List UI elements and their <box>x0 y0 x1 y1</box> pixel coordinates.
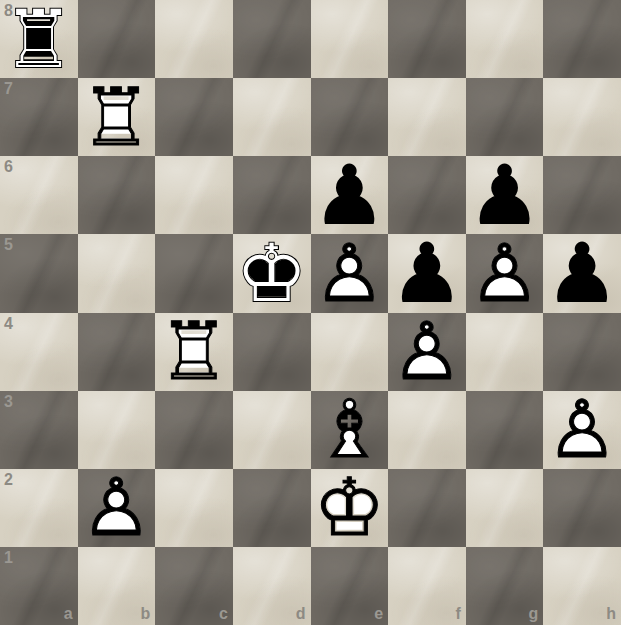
square-g7[interactable] <box>466 78 544 156</box>
square-d7[interactable] <box>233 78 311 156</box>
rank-label-6: 6 <box>4 159 13 175</box>
pawn-glyph-detail: ♙ <box>466 234 544 312</box>
file-label-f: f <box>455 606 460 622</box>
square-b8[interactable] <box>78 0 156 78</box>
rook-glyph-fill: ♜ <box>155 313 233 391</box>
file-label-b: b <box>140 606 150 622</box>
piece-black-pawn-f5[interactable]: ♟♙ <box>388 234 466 312</box>
file-label-g: g <box>529 606 539 622</box>
king-glyph-detail: ♔ <box>311 469 389 547</box>
rank-label-2: 2 <box>4 472 13 488</box>
square-f7[interactable] <box>388 78 466 156</box>
file-label-d: d <box>296 606 306 622</box>
square-g8[interactable] <box>466 0 544 78</box>
rook-glyph-fill: ♜ <box>0 0 78 78</box>
square-a7[interactable]: 7 <box>0 78 78 156</box>
square-a1[interactable]: 1a <box>0 547 78 625</box>
square-a4[interactable]: 4 <box>0 313 78 391</box>
king-glyph-fill: ♚ <box>233 234 311 312</box>
king-glyph-detail: ♔ <box>233 234 311 312</box>
file-label-c: c <box>219 606 228 622</box>
square-g2[interactable] <box>466 469 544 547</box>
square-d1[interactable]: d <box>233 547 311 625</box>
pawn-glyph-fill: ♟ <box>543 234 621 312</box>
square-e6[interactable]: ♟♙ <box>311 156 389 234</box>
square-b6[interactable] <box>78 156 156 234</box>
square-f2[interactable] <box>388 469 466 547</box>
square-f4[interactable]: ♟♙ <box>388 313 466 391</box>
pawn-glyph-fill: ♟ <box>466 156 544 234</box>
chess-board: 8♜♖7♜♖6♟♙♟♙5♚♔♟♙♟♙♟♙♟♙4♜♖♟♙3♝♗♟♙2♟♙♚♔1ab… <box>0 0 621 625</box>
square-c8[interactable] <box>155 0 233 78</box>
square-h2[interactable] <box>543 469 621 547</box>
piece-black-pawn-h5[interactable]: ♟♙ <box>543 234 621 312</box>
square-d4[interactable] <box>233 313 311 391</box>
square-d6[interactable] <box>233 156 311 234</box>
piece-white-pawn-e5[interactable]: ♟♙ <box>311 234 389 312</box>
piece-white-rook-c4[interactable]: ♜♖ <box>155 313 233 391</box>
pawn-glyph-fill: ♟ <box>311 156 389 234</box>
square-a6[interactable]: 6 <box>0 156 78 234</box>
rank-label-7: 7 <box>4 81 13 97</box>
square-f5[interactable]: ♟♙ <box>388 234 466 312</box>
square-d3[interactable] <box>233 391 311 469</box>
square-e3[interactable]: ♝♗ <box>311 391 389 469</box>
square-c3[interactable] <box>155 391 233 469</box>
piece-white-rook-b7[interactable]: ♜♖ <box>78 78 156 156</box>
rook-glyph-detail: ♖ <box>78 78 156 156</box>
square-g1[interactable]: g <box>466 547 544 625</box>
square-h6[interactable] <box>543 156 621 234</box>
pawn-glyph-fill: ♟ <box>388 313 466 391</box>
file-label-h: h <box>606 606 616 622</box>
square-g4[interactable] <box>466 313 544 391</box>
square-e8[interactable] <box>311 0 389 78</box>
rook-glyph-fill: ♜ <box>78 78 156 156</box>
piece-white-pawn-g5[interactable]: ♟♙ <box>466 234 544 312</box>
square-e5[interactable]: ♟♙ <box>311 234 389 312</box>
square-h5[interactable]: ♟♙ <box>543 234 621 312</box>
square-b2[interactable]: ♟♙ <box>78 469 156 547</box>
pawn-glyph-detail: ♙ <box>78 469 156 547</box>
square-h3[interactable]: ♟♙ <box>543 391 621 469</box>
square-g5[interactable]: ♟♙ <box>466 234 544 312</box>
square-b5[interactable] <box>78 234 156 312</box>
square-c5[interactable] <box>155 234 233 312</box>
rank-label-4: 4 <box>4 316 13 332</box>
piece-white-pawn-b2[interactable]: ♟♙ <box>78 469 156 547</box>
rook-glyph-detail: ♖ <box>155 313 233 391</box>
rank-label-3: 3 <box>4 394 13 410</box>
square-a3[interactable]: 3 <box>0 391 78 469</box>
square-d5[interactable]: ♚♔ <box>233 234 311 312</box>
rank-label-5: 5 <box>4 237 13 253</box>
square-a2[interactable]: 2 <box>0 469 78 547</box>
square-g6[interactable]: ♟♙ <box>466 156 544 234</box>
pawn-glyph-fill: ♟ <box>466 234 544 312</box>
piece-white-pawn-h3[interactable]: ♟♙ <box>543 391 621 469</box>
pawn-glyph-fill: ♟ <box>543 391 621 469</box>
square-e1[interactable]: e <box>311 547 389 625</box>
king-glyph-fill: ♚ <box>311 469 389 547</box>
square-h8[interactable] <box>543 0 621 78</box>
pawn-glyph-fill: ♟ <box>388 234 466 312</box>
square-b7[interactable]: ♜♖ <box>78 78 156 156</box>
rook-glyph-detail: ♖ <box>0 0 78 78</box>
piece-black-king-d5[interactable]: ♚♔ <box>233 234 311 312</box>
file-label-a: a <box>64 606 73 622</box>
square-c2[interactable] <box>155 469 233 547</box>
square-c6[interactable] <box>155 156 233 234</box>
rank-label-1: 1 <box>4 550 13 566</box>
piece-white-bishop-e3[interactable]: ♝♗ <box>311 391 389 469</box>
square-c4[interactable]: ♜♖ <box>155 313 233 391</box>
pawn-glyph-detail: ♙ <box>543 391 621 469</box>
piece-white-king-e2[interactable]: ♚♔ <box>311 469 389 547</box>
piece-black-pawn-g6[interactable]: ♟♙ <box>466 156 544 234</box>
bishop-glyph-detail: ♗ <box>311 391 389 469</box>
square-b1[interactable]: b <box>78 547 156 625</box>
square-h1[interactable]: h <box>543 547 621 625</box>
square-f6[interactable] <box>388 156 466 234</box>
pawn-glyph-detail: ♙ <box>311 234 389 312</box>
square-d8[interactable] <box>233 0 311 78</box>
square-g3[interactable] <box>466 391 544 469</box>
square-b4[interactable] <box>78 313 156 391</box>
pawn-glyph-detail: ♙ <box>388 313 466 391</box>
square-a8[interactable]: 8♜♖ <box>0 0 78 78</box>
piece-black-pawn-e6[interactable]: ♟♙ <box>311 156 389 234</box>
piece-white-pawn-f4[interactable]: ♟♙ <box>388 313 466 391</box>
square-h4[interactable] <box>543 313 621 391</box>
piece-black-rook-a8[interactable]: ♜♖ <box>0 0 78 78</box>
bishop-glyph-fill: ♝ <box>311 391 389 469</box>
square-h7[interactable] <box>543 78 621 156</box>
square-e7[interactable] <box>311 78 389 156</box>
pawn-glyph-fill: ♟ <box>78 469 156 547</box>
square-f1[interactable]: f <box>388 547 466 625</box>
square-f3[interactable] <box>388 391 466 469</box>
square-d2[interactable] <box>233 469 311 547</box>
square-c1[interactable]: c <box>155 547 233 625</box>
square-f8[interactable] <box>388 0 466 78</box>
pawn-glyph-fill: ♟ <box>311 234 389 312</box>
file-label-e: e <box>374 606 383 622</box>
square-c7[interactable] <box>155 78 233 156</box>
square-e2[interactable]: ♚♔ <box>311 469 389 547</box>
square-a5[interactable]: 5 <box>0 234 78 312</box>
square-b3[interactable] <box>78 391 156 469</box>
square-e4[interactable] <box>311 313 389 391</box>
